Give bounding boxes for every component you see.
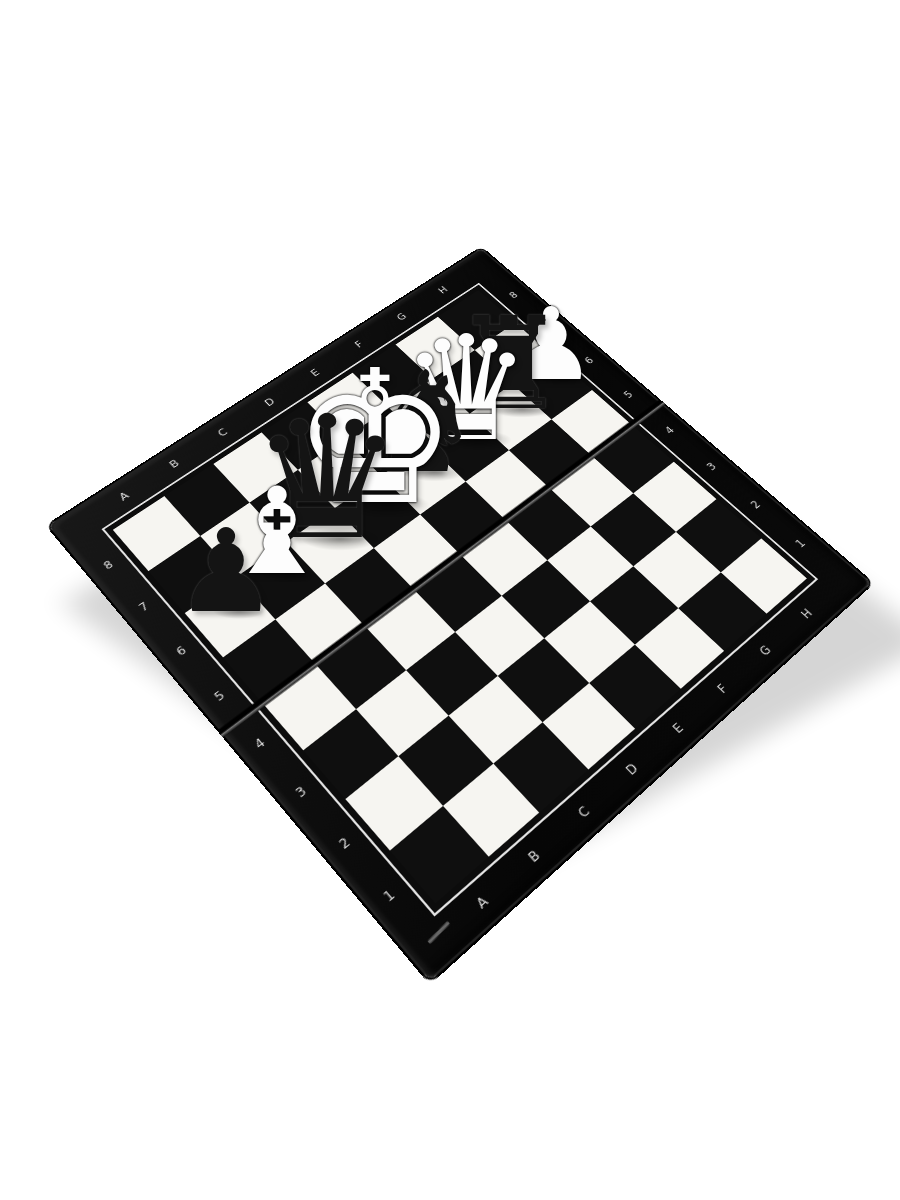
- brand-mark: [428, 921, 450, 944]
- product-photo-canvas: { "game": "chess", "board": { "files": […: [0, 0, 900, 1200]
- piece-black-pawn-a6[interactable]: ♟: [174, 514, 277, 629]
